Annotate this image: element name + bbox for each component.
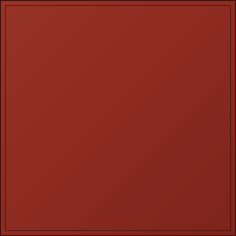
board-frame <box>0 0 236 236</box>
chess-board <box>6 6 230 230</box>
